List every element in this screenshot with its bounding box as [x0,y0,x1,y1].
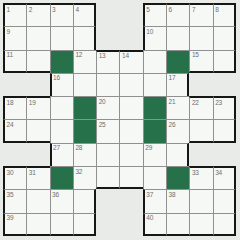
cell-r9c8[interactable]: 38 [166,189,189,212]
cell-r5c1[interactable]: 18 [3,96,26,119]
cell-r3c9[interactable]: 15 [189,50,212,73]
cell-r6c5[interactable]: 25 [96,119,119,142]
cell-r5c5[interactable]: 20 [96,96,119,119]
clue-number-20: 20 [99,98,106,105]
cell-r2c1[interactable]: 9 [3,26,26,49]
cell-r4c7[interactable] [143,73,166,96]
clue-number-10: 10 [146,28,153,35]
cell-r5c3[interactable] [50,96,73,119]
cell-r10c4[interactable] [73,213,96,236]
blocked-cell-r3c8 [166,50,189,73]
cell-r3c2[interactable] [26,50,49,73]
clue-number-24: 24 [7,121,14,128]
clue-number-29: 29 [145,144,152,151]
cell-r1c6 [119,3,142,26]
cell-r8c10[interactable]: 34 [213,166,236,189]
clue-number-4: 4 [75,6,78,13]
cell-r2c2[interactable] [26,26,49,49]
cell-r5c10[interactable]: 23 [213,96,236,119]
clue-number-28: 28 [75,144,82,151]
cell-r8c5[interactable] [96,166,119,189]
cell-r1c5 [96,3,119,26]
cell-r9c7[interactable]: 37 [143,189,166,212]
cell-r2c3[interactable] [50,26,73,49]
cell-r9c3[interactable]: 36 [50,189,73,212]
cell-r9c10[interactable] [213,189,236,212]
clue-number-23: 23 [215,99,222,106]
cell-r4c8[interactable]: 17 [166,73,189,96]
page-background: { "game": "crossword", "board": { "rows"… [0,0,240,240]
clue-number-27: 27 [53,144,60,151]
cell-r7c5[interactable] [96,143,119,166]
cell-r6c1[interactable]: 24 [3,119,26,142]
cell-r6c6[interactable] [119,119,142,142]
cell-r7c8[interactable] [166,143,189,166]
cell-r10c1[interactable]: 39 [3,213,26,236]
cell-r9c5 [96,189,119,212]
cell-r6c9[interactable] [189,119,212,142]
blocked-cell-r6c4 [73,119,96,142]
cell-r10c9[interactable] [189,213,212,236]
clue-number-31: 31 [29,169,36,176]
cell-r5c8[interactable]: 21 [166,96,189,119]
clue-number-18: 18 [7,99,14,106]
cell-r3c4[interactable]: 12 [73,50,96,73]
cell-r1c9[interactable]: 7 [189,3,212,26]
cell-r9c9[interactable] [189,189,212,212]
cell-r6c2[interactable] [26,119,49,142]
cell-r4c9 [189,73,212,96]
clue-number-22: 22 [192,99,199,106]
blocked-cell-r3c3 [50,50,73,73]
cell-r1c8[interactable]: 6 [166,3,189,26]
blocked-cell-r6c7 [143,119,166,142]
clue-number-19: 19 [29,99,36,106]
cell-r8c2[interactable]: 31 [26,166,49,189]
cell-r1c3[interactable]: 3 [50,3,73,26]
blocked-cell-r8c8 [166,166,189,189]
clue-number-32: 32 [75,168,82,175]
clue-number-7: 7 [192,6,195,13]
cell-r10c2[interactable] [26,213,49,236]
cell-r1c10[interactable]: 8 [213,3,236,26]
cell-r3c5[interactable]: 13 [96,50,119,73]
cell-r4c2 [26,73,49,96]
clue-number-38: 38 [169,191,176,198]
cell-r10c8[interactable] [166,213,189,236]
clue-number-16: 16 [53,74,60,81]
cell-r9c4[interactable] [73,189,96,212]
cell-r6c3[interactable] [50,119,73,142]
cell-r7c7[interactable]: 29 [143,143,166,166]
blocked-cell-r5c4 [73,96,96,119]
blocked-cell-r8c3 [50,166,73,189]
cell-r7c9 [189,143,212,166]
cell-r7c2 [26,143,49,166]
clue-number-14: 14 [122,52,129,59]
cell-r6c10[interactable] [213,119,236,142]
clue-number-15: 15 [192,51,199,58]
clue-number-9: 9 [7,28,10,35]
cell-r10c6 [119,213,142,236]
clue-number-36: 36 [52,191,59,198]
clue-number-40: 40 [146,214,153,221]
cell-r8c1[interactable]: 30 [3,166,26,189]
cell-r2c10[interactable] [213,26,236,49]
cell-r10c3[interactable] [50,213,73,236]
clue-number-2: 2 [29,6,32,13]
cell-r4c10 [213,73,236,96]
cell-r6c8[interactable]: 26 [166,119,189,142]
cell-r1c2[interactable]: 2 [26,3,49,26]
cell-r3c10[interactable] [213,50,236,73]
cell-r2c4[interactable] [73,26,96,49]
cell-r1c1[interactable]: 1 [3,3,26,26]
clue-number-8: 8 [215,6,218,13]
cell-r2c7[interactable]: 10 [143,26,166,49]
cell-r8c4[interactable]: 32 [73,166,96,189]
cell-r2c5 [96,26,119,49]
cell-r2c9[interactable] [189,26,212,49]
clue-number-12: 12 [75,51,82,58]
cell-r3c7[interactable] [143,50,166,73]
cell-r7c10 [213,143,236,166]
clue-number-34: 34 [215,169,222,176]
cell-r3c1[interactable]: 11 [3,50,26,73]
cell-r7c3[interactable]: 27 [50,143,73,166]
cell-r4c6[interactable] [119,73,142,96]
clue-number-39: 39 [7,214,14,221]
cell-r3c6[interactable]: 14 [119,50,142,73]
clue-number-26: 26 [169,121,176,128]
cell-r9c2[interactable] [26,189,49,212]
cell-r8c9[interactable]: 33 [189,166,212,189]
cell-r4c1 [3,73,26,96]
clue-number-6: 6 [169,6,172,13]
blocked-cell-r5c7 [143,96,166,119]
cell-r10c5 [96,213,119,236]
clue-number-33: 33 [192,169,199,176]
cell-r9c6 [119,189,142,212]
cell-r2c8[interactable] [166,26,189,49]
cell-r5c2[interactable]: 19 [26,96,49,119]
cell-r10c7[interactable]: 40 [143,213,166,236]
clue-number-35: 35 [7,191,14,198]
cell-r7c6[interactable] [119,143,142,166]
cell-r8c6[interactable] [119,166,142,189]
clue-number-30: 30 [7,169,14,176]
cell-r1c4[interactable]: 4 [73,3,96,26]
cell-r4c4[interactable] [73,73,96,96]
clue-number-11: 11 [7,51,13,58]
clue-number-1: 1 [7,6,10,13]
cell-r5c9[interactable]: 22 [189,96,212,119]
cell-r8c7[interactable] [143,166,166,189]
cell-r7c1 [3,143,26,166]
cell-r5c6[interactable] [119,96,142,119]
cell-r10c10[interactable] [213,213,236,236]
cell-r2c6 [119,26,142,49]
cell-r4c3[interactable]: 16 [50,73,73,96]
clue-number-21: 21 [169,98,176,105]
cell-r7c4[interactable]: 28 [73,143,96,166]
cell-r4c5[interactable] [96,73,119,96]
clue-number-13: 13 [99,52,106,59]
cell-r9c1[interactable]: 35 [3,189,26,212]
clue-number-3: 3 [52,6,55,13]
clue-number-25: 25 [99,121,106,128]
clue-number-37: 37 [146,191,153,198]
clue-number-5: 5 [146,6,149,13]
cell-r1c7[interactable]: 5 [143,3,166,26]
crossword-board: 1234567891011121314151617181920212223242… [3,3,236,236]
clue-number-17: 17 [169,74,176,81]
